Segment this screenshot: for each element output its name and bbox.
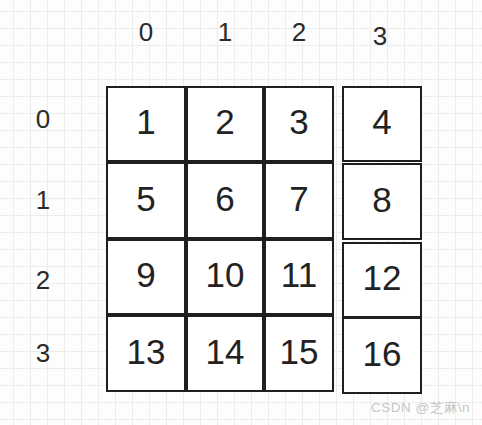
cell-r2-c0: 9 [106,239,186,315]
column-label-3: 3 [340,20,420,52]
cell-r1-c2: 7 [264,162,334,239]
csdn-watermark: CSDN @芝麻\n [371,399,470,417]
cell-r3-c0: 13 [106,315,186,392]
row-label-3: 3 [18,315,68,392]
cell-r2-c2: 11 [264,239,334,315]
grid-board: 1 2 3 4 5 6 7 8 9 10 11 12 13 14 15 16 [106,86,414,392]
cell-r3-c3: 16 [342,317,422,394]
column-label-2: 2 [264,16,334,48]
cell-r0-c2: 3 [264,86,334,162]
column-label-0: 0 [106,16,186,48]
cell-r0-c0: 1 [106,86,186,162]
cell-r3-c2: 15 [264,315,334,392]
cell-r0-c3: 4 [342,86,422,162]
cell-r1-c0: 5 [106,162,186,239]
cell-r0-c1: 2 [186,86,264,162]
row-label-2: 2 [18,242,68,318]
row-label-0: 0 [18,81,68,157]
row-label-1: 1 [18,162,68,239]
row-labels: 0 1 2 3 [18,86,68,392]
cell-r3-c1: 14 [186,315,264,392]
cell-r2-c3: 12 [342,242,422,318]
cell-r1-c3: 8 [342,163,422,240]
graph-paper-canvas: 0 1 2 3 0 1 2 3 1 2 3 4 5 6 7 8 9 10 11 … [0,0,482,425]
cell-r2-c1: 10 [186,239,264,315]
cell-r1-c1: 6 [186,162,264,239]
column-labels: 0 1 2 3 [106,16,414,48]
column-label-1: 1 [186,16,264,48]
